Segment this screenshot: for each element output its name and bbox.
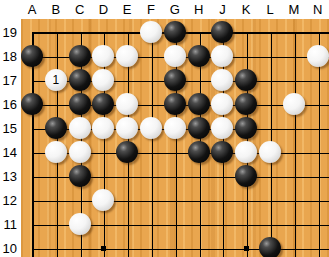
- column-label-A: A: [28, 2, 37, 17]
- stone-white[interactable]: 1: [45, 69, 67, 91]
- stone-black[interactable]: [188, 141, 210, 163]
- row-label-14: 14: [0, 145, 17, 160]
- goban[interactable]: 1: [21, 19, 329, 257]
- row-labels: 19181716151413121110: [0, 19, 21, 257]
- column-label-G: G: [170, 2, 180, 17]
- stone-white[interactable]: [45, 141, 67, 163]
- stone-white[interactable]: [69, 117, 91, 139]
- star-point-K10: [244, 246, 249, 251]
- go-diagram: 1 ABCDEFGHJKLMN 19181716151413121110: [0, 0, 329, 257]
- stone-black[interactable]: [188, 117, 210, 139]
- row-label-16: 16: [0, 97, 17, 112]
- stone-white[interactable]: [164, 117, 186, 139]
- row-label-13: 13: [0, 169, 17, 184]
- row-label-19: 19: [0, 25, 17, 40]
- stone-black[interactable]: [21, 93, 43, 115]
- stone-black[interactable]: [188, 93, 210, 115]
- row-label-15: 15: [0, 121, 17, 136]
- stone-black[interactable]: [69, 69, 91, 91]
- column-label-H: H: [194, 2, 203, 17]
- stone-black[interactable]: [21, 45, 43, 67]
- move-number-label: 1: [45, 69, 67, 91]
- stone-black[interactable]: [188, 45, 210, 67]
- stone-black[interactable]: [259, 237, 281, 257]
- stone-white[interactable]: [307, 45, 329, 67]
- row-label-10: 10: [0, 241, 17, 256]
- column-label-N: N: [313, 2, 322, 17]
- column-label-J: J: [219, 2, 226, 17]
- stone-white[interactable]: [69, 213, 91, 235]
- stone-black[interactable]: [69, 165, 91, 187]
- column-label-L: L: [266, 2, 273, 17]
- stone-white[interactable]: [140, 21, 162, 43]
- stone-black[interactable]: [45, 117, 67, 139]
- column-label-C: C: [75, 2, 84, 17]
- row-label-12: 12: [0, 193, 17, 208]
- column-label-K: K: [242, 2, 251, 17]
- stone-white[interactable]: [140, 117, 162, 139]
- stone-black[interactable]: [69, 93, 91, 115]
- stone-white[interactable]: [69, 141, 91, 163]
- row-label-11: 11: [0, 217, 17, 232]
- column-label-F: F: [147, 2, 155, 17]
- column-label-E: E: [123, 2, 132, 17]
- star-point-D10: [101, 246, 106, 251]
- column-label-M: M: [288, 2, 299, 17]
- column-labels: ABCDEFGHJKLMN: [0, 0, 329, 19]
- row-label-17: 17: [0, 73, 17, 88]
- stone-white[interactable]: [283, 93, 305, 115]
- stone-white[interactable]: [259, 141, 281, 163]
- stone-black[interactable]: [69, 45, 91, 67]
- column-label-D: D: [99, 2, 108, 17]
- row-label-18: 18: [0, 49, 17, 64]
- column-label-B: B: [51, 2, 60, 17]
- stone-black[interactable]: [164, 21, 186, 43]
- stone-black[interactable]: [164, 69, 186, 91]
- stone-white[interactable]: [164, 45, 186, 67]
- stone-black[interactable]: [164, 93, 186, 115]
